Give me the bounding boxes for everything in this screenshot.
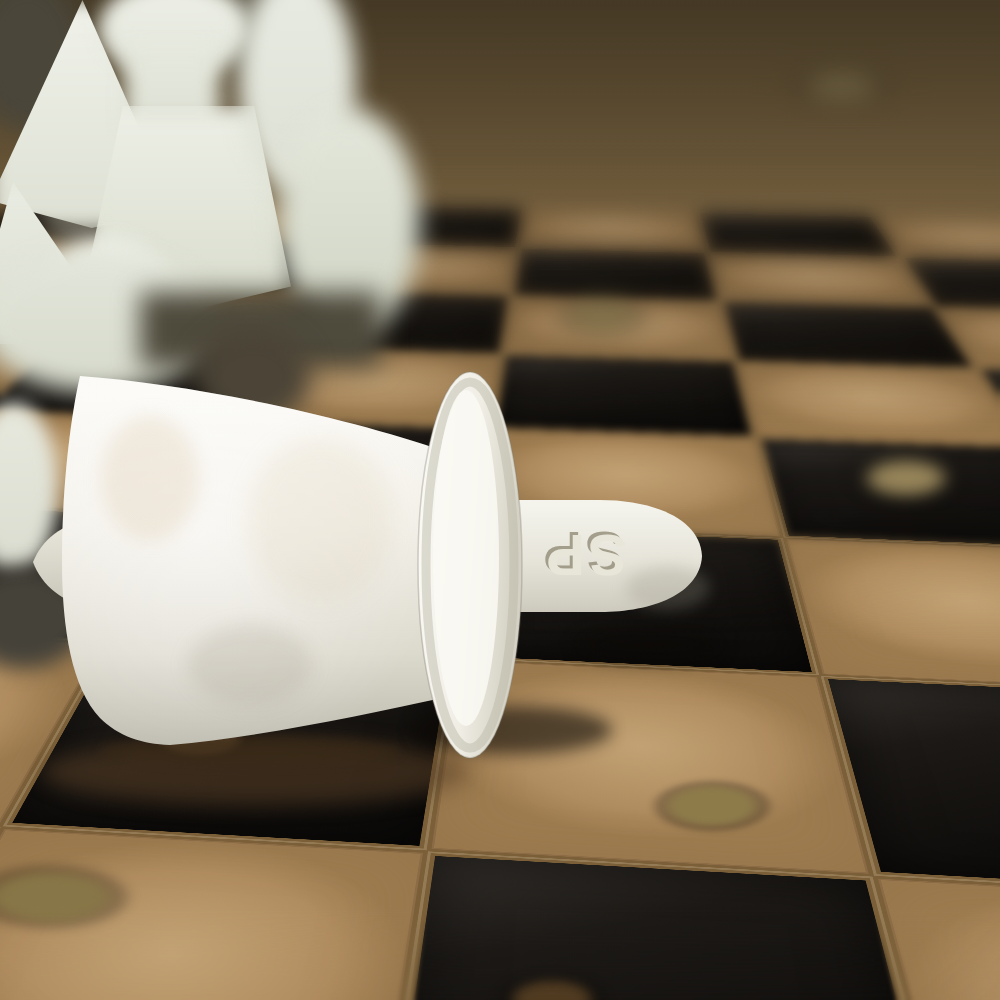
fallen-white-pawn: SP SP — [0, 0, 1000, 1000]
peg-shadow — [575, 629, 725, 661]
peg-tip-shading — [626, 566, 710, 610]
photo-scene: SP SP — [0, 0, 1000, 1000]
pawn-stain — [102, 416, 198, 540]
pawn-base-collar-core — [433, 390, 499, 726]
sp-engraving: SP — [543, 523, 626, 588]
pawn-stain — [248, 438, 392, 602]
pawn-stain — [188, 625, 312, 705]
